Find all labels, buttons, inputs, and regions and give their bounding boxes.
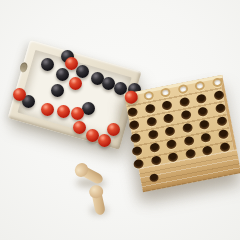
black-marble[interactable]: [114, 82, 127, 95]
red-marble[interactable]: [41, 103, 54, 116]
red-marble[interactable]: [86, 129, 99, 142]
peg-board: [124, 75, 240, 192]
red-marble[interactable]: [13, 88, 26, 101]
red-marble[interactable]: [65, 57, 78, 70]
red-marble[interactable]: [69, 77, 82, 90]
red-marble[interactable]: [73, 121, 86, 134]
red-marble[interactable]: [57, 105, 70, 118]
black-marble[interactable]: [56, 68, 69, 81]
black-marble[interactable]: [51, 84, 64, 97]
black-marble[interactable]: [76, 65, 89, 78]
red-marble[interactable]: [98, 134, 111, 147]
red-marble[interactable]: [107, 123, 120, 136]
red-marble[interactable]: [71, 107, 84, 120]
scene: [0, 0, 240, 240]
tray-handle-hole: [19, 62, 28, 74]
black-marble[interactable]: [41, 58, 54, 71]
black-marble[interactable]: [102, 77, 115, 90]
